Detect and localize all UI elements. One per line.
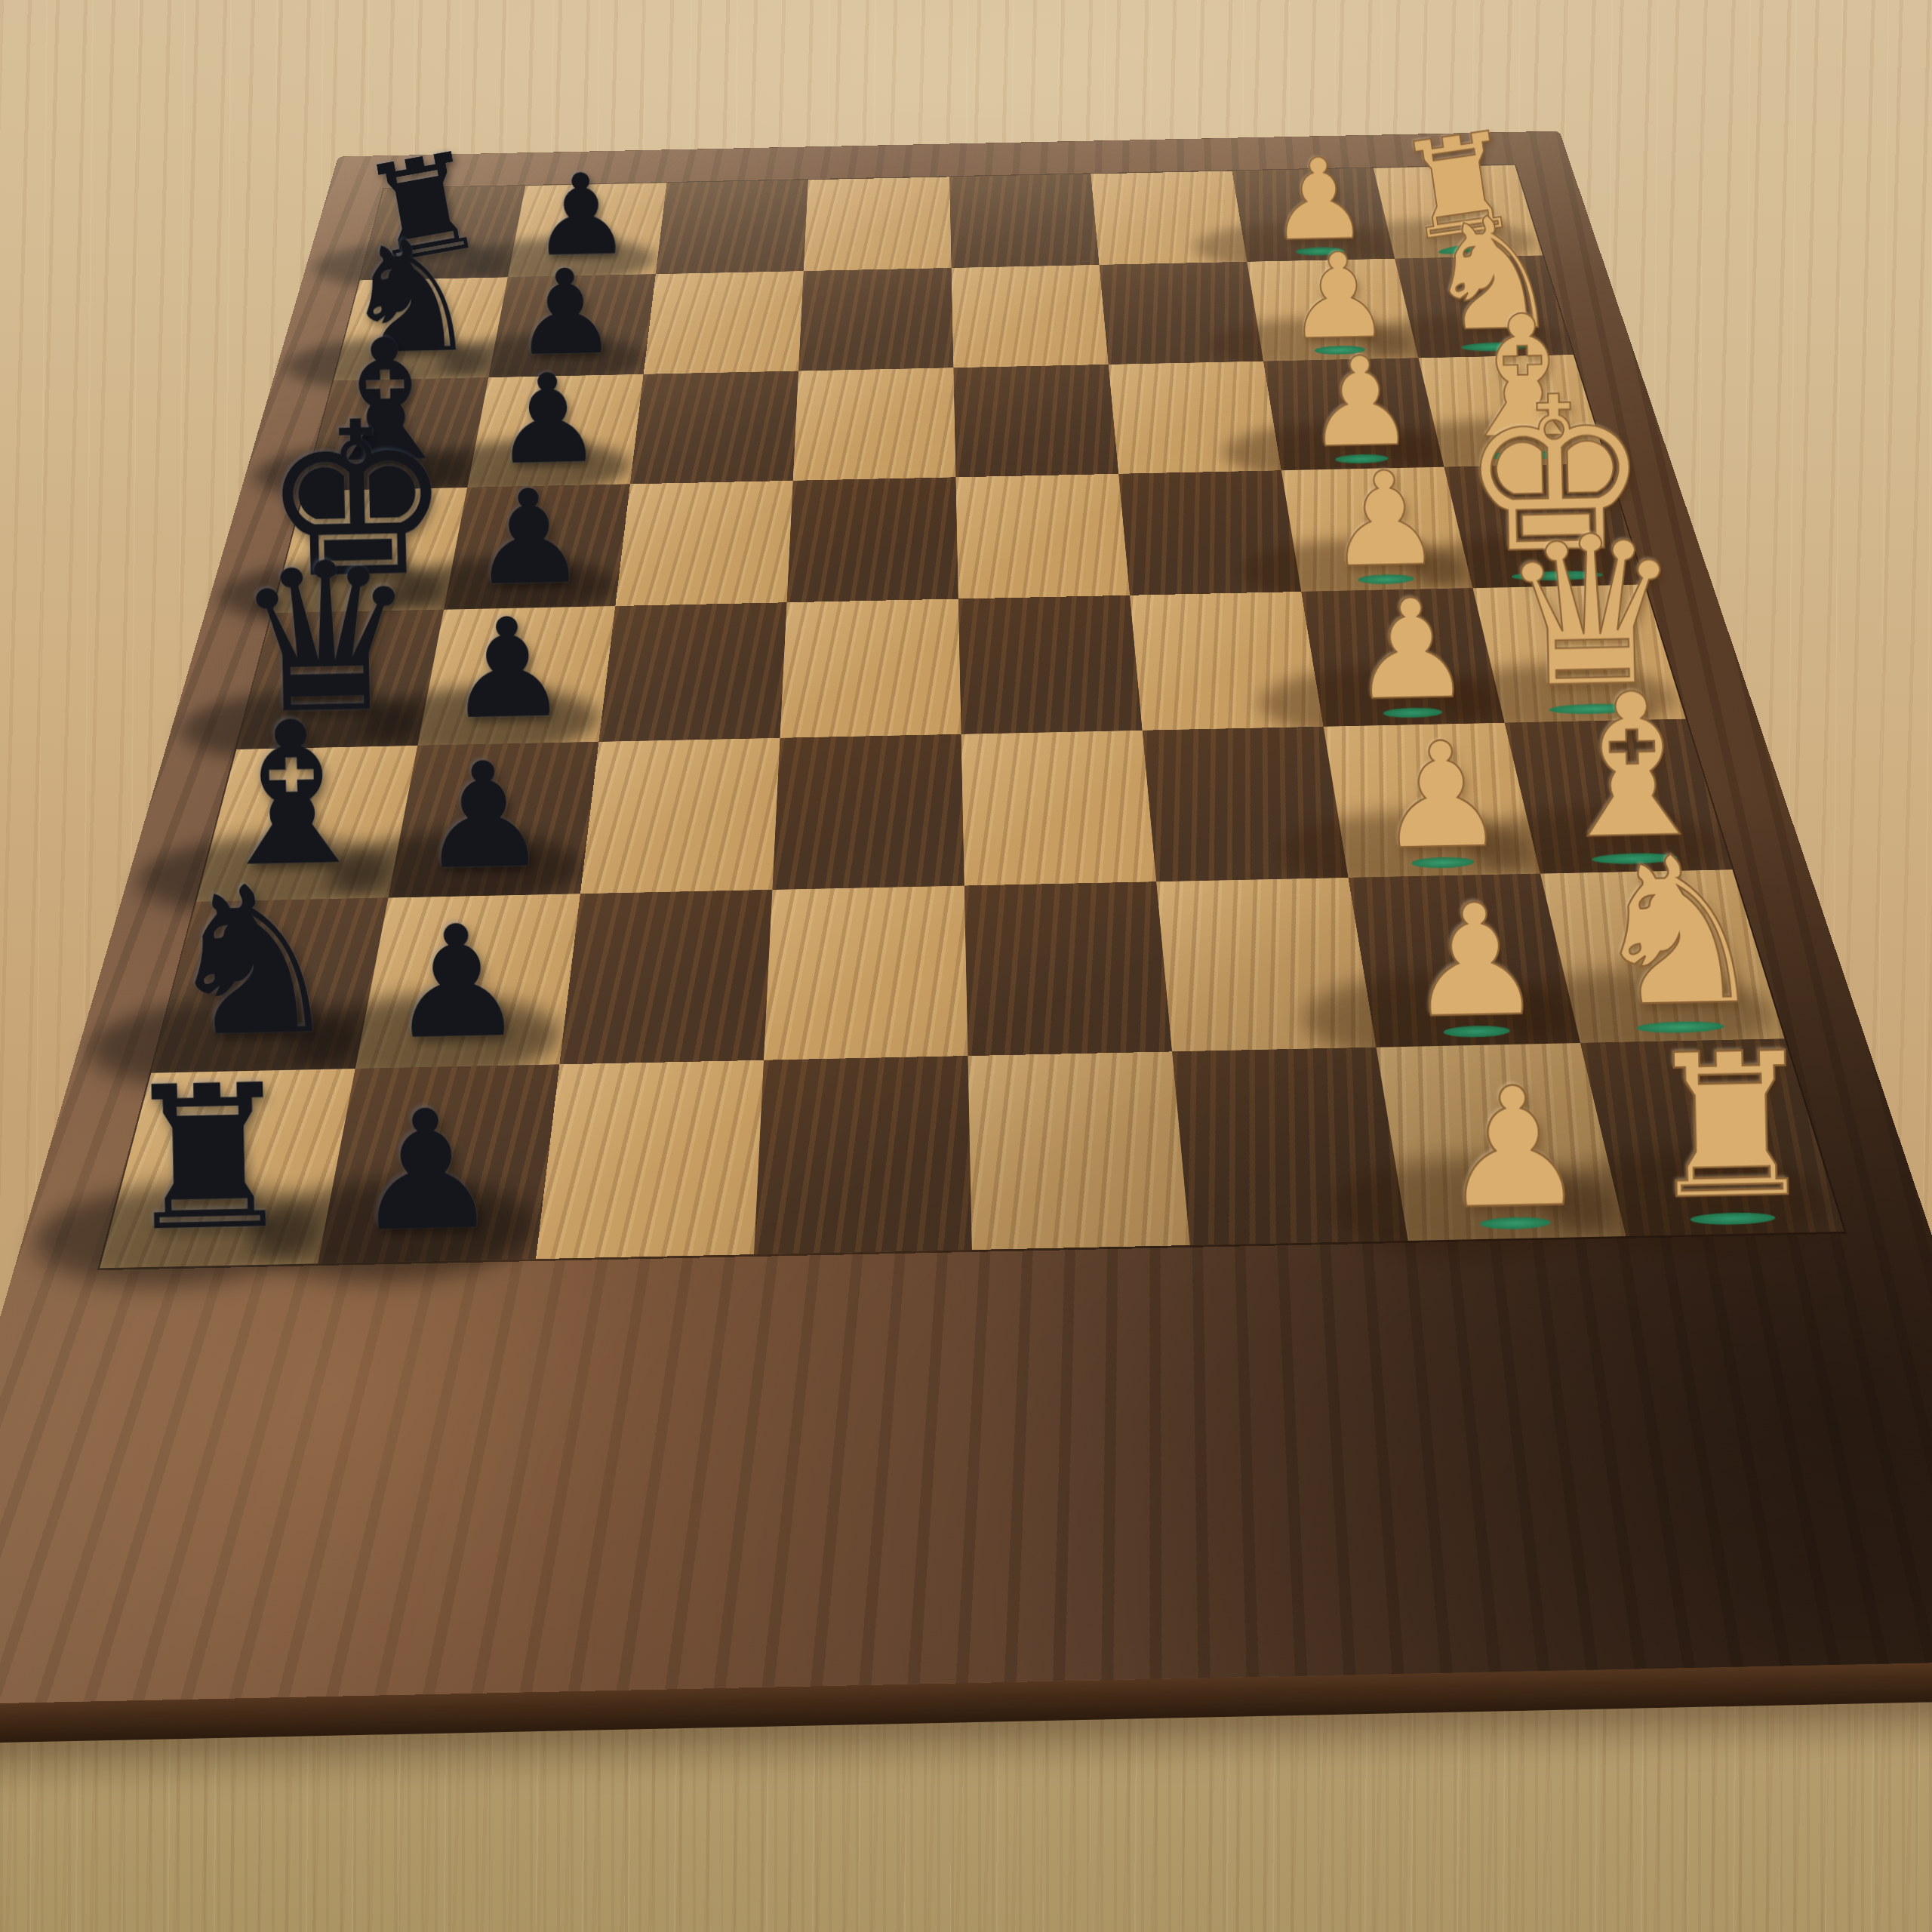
piece-white-pawn[interactable]: ♟ (1404, 882, 1546, 1039)
square-b6[interactable] (559, 890, 772, 1065)
square-c3[interactable] (1143, 727, 1349, 881)
square-f3[interactable] (1109, 361, 1281, 474)
scene-tilt: ♜♟♟♜♞♟♟♞♝♟♟♝♚♟♟♚♛♟♟♛♝♟♟♝♞♟♟♞♜♟♟♜ (0, 0, 1932, 1932)
square-g5[interactable] (798, 268, 953, 371)
square-d7[interactable]: ♟ (417, 606, 615, 746)
piece-black-pawn[interactable]: ♟ (445, 600, 570, 740)
piece-white-pawn[interactable]: ♟ (1349, 580, 1474, 720)
piece-white-knight[interactable]: ♞ (1585, 829, 1772, 1036)
square-b3[interactable] (1156, 878, 1376, 1052)
square-d4[interactable] (958, 595, 1143, 734)
square-a5[interactable] (754, 1056, 972, 1254)
square-h6[interactable] (656, 180, 808, 274)
square-b4[interactable] (964, 881, 1172, 1056)
square-a4[interactable] (968, 1052, 1189, 1250)
square-a7[interactable]: ♟ (318, 1065, 559, 1264)
square-h3[interactable] (1091, 171, 1247, 265)
square-d6[interactable] (598, 602, 786, 741)
square-h4[interactable] (949, 174, 1099, 268)
square-a1[interactable]: ♜ (1580, 1039, 1844, 1236)
piece-white-pawn[interactable]: ♟ (1375, 722, 1508, 870)
square-c2[interactable]: ♟ (1324, 723, 1540, 878)
square-f5[interactable] (793, 368, 956, 481)
square-b7[interactable]: ♟ (355, 894, 580, 1069)
square-e4[interactable] (955, 474, 1130, 599)
square-c6[interactable] (580, 738, 780, 894)
piece-black-pawn[interactable]: ♟ (351, 1087, 502, 1254)
square-a3[interactable] (1172, 1048, 1408, 1245)
square-d2[interactable]: ♟ (1301, 588, 1504, 726)
piece-white-pawn[interactable]: ♟ (1325, 454, 1444, 586)
square-b2[interactable]: ♟ (1349, 873, 1581, 1048)
square-b5[interactable] (764, 885, 968, 1060)
square-g4[interactable] (952, 265, 1109, 368)
piece-black-knight[interactable]: ♞ (159, 858, 346, 1066)
piece-white-rook[interactable]: ♜ (1640, 1026, 1821, 1228)
square-e3[interactable] (1118, 470, 1301, 595)
square-c5[interactable] (772, 734, 964, 890)
square-g3[interactable] (1100, 262, 1264, 365)
square-a6[interactable] (536, 1060, 764, 1259)
square-c7[interactable]: ♟ (389, 742, 599, 898)
piece-black-pawn[interactable]: ♟ (469, 472, 589, 604)
square-h5[interactable] (804, 177, 952, 271)
piece-black-rook[interactable]: ♜ (118, 1058, 299, 1260)
square-e6[interactable] (615, 481, 792, 606)
square-d5[interactable] (780, 599, 961, 738)
square-d3[interactable] (1130, 592, 1324, 731)
piece-black-pawn[interactable]: ♟ (417, 743, 550, 891)
perspective-scene: ♜♟♟♜♞♟♟♞♝♟♟♝♚♟♟♚♛♟♟♛♝♟♟♝♞♟♟♞♜♟♟♜ (0, 0, 1932, 1932)
piece-black-pawn[interactable]: ♟ (386, 903, 528, 1060)
square-f6[interactable] (630, 371, 798, 484)
square-f4[interactable] (953, 365, 1118, 478)
square-g6[interactable] (644, 271, 804, 374)
square-c4[interactable] (961, 731, 1157, 886)
chess-board: ♜♟♟♜♞♟♟♞♝♟♟♝♚♟♟♚♛♟♟♛♝♟♟♝♞♟♟♞♜♟♟♜ (0, 131, 1932, 1706)
squares-grid: ♜♟♟♜♞♟♟♞♝♟♟♝♚♟♟♚♛♟♟♛♝♟♟♝♞♟♟♞♜♟♟♜ (100, 165, 1844, 1269)
piece-white-pawn[interactable]: ♟ (1438, 1064, 1589, 1232)
square-a8[interactable]: ♜ (100, 1069, 355, 1268)
square-e5[interactable] (787, 477, 958, 602)
